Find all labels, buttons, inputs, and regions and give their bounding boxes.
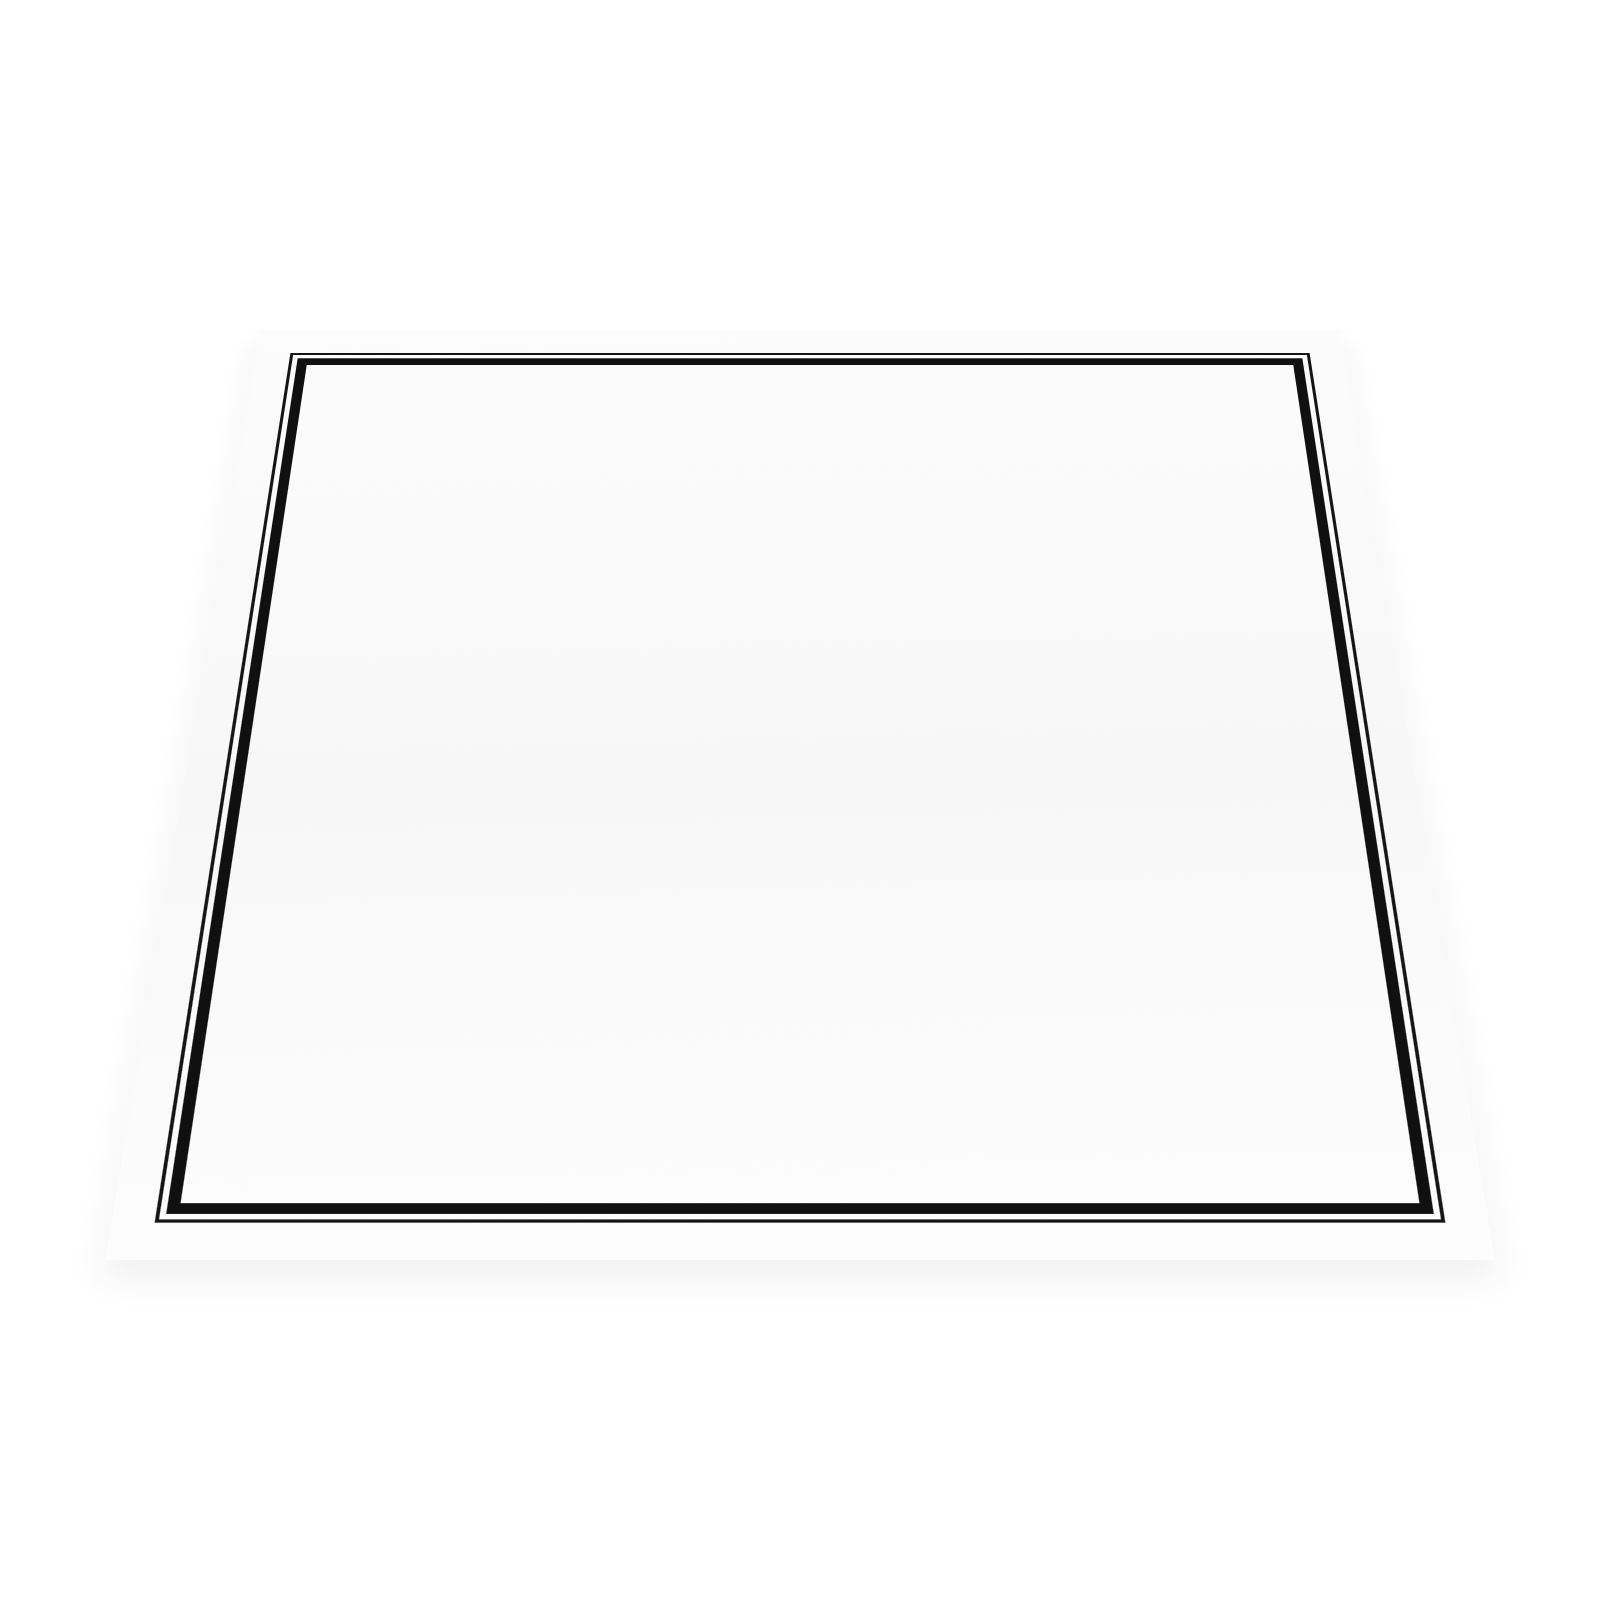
product-photo-scene	[0, 0, 1601, 1601]
pieces-layer	[0, 0, 1601, 1601]
